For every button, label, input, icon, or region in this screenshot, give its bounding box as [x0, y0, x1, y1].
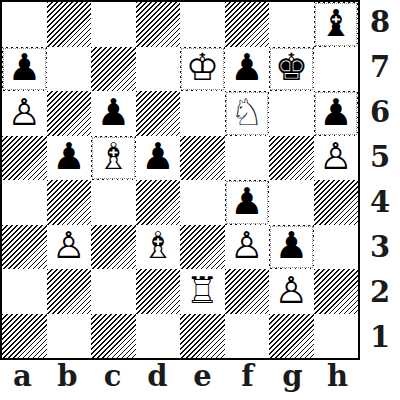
square-a6[interactable]: ♙ — [2, 91, 47, 136]
square-c1[interactable] — [91, 314, 136, 359]
piece-patch: ♘ — [226, 92, 269, 135]
square-h3[interactable] — [314, 225, 359, 270]
black-pawn-d5: ♟ — [141, 138, 174, 175]
square-b3[interactable]: ♙ — [47, 225, 92, 270]
white-bishop-d3: ♗ — [141, 227, 174, 264]
square-b5[interactable]: ♟ — [47, 136, 92, 181]
rank-label-7: 7 — [360, 45, 400, 90]
piece-patch: ♟ — [270, 226, 313, 269]
square-d6[interactable] — [136, 91, 181, 136]
square-g8[interactable] — [269, 2, 314, 47]
white-pawn-f3: ♙ — [230, 227, 263, 264]
rank-labels: 87654321 — [360, 0, 400, 360]
square-g2[interactable]: ♙ — [269, 269, 314, 314]
square-e1[interactable] — [180, 314, 225, 359]
square-b2[interactable] — [47, 269, 92, 314]
square-d3[interactable]: ♗ — [136, 225, 181, 270]
square-f5[interactable] — [225, 136, 270, 181]
chess-board: ♝♟♔♟♚♙♟♘♟♟♗♟♙♟♙♗♙♟♖♙ — [0, 0, 360, 360]
piece-patch: ♟ — [315, 92, 358, 135]
white-bishop-c5: ♗ — [97, 138, 130, 175]
file-label-d: d — [135, 360, 180, 400]
square-f7[interactable]: ♟ — [225, 47, 270, 92]
square-a7[interactable]: ♟ — [2, 47, 47, 92]
square-d8[interactable] — [136, 2, 181, 47]
square-b4[interactable] — [47, 180, 92, 225]
square-b8[interactable] — [47, 2, 92, 47]
square-g1[interactable] — [269, 314, 314, 359]
square-e2[interactable]: ♖ — [180, 269, 225, 314]
square-h5[interactable]: ♙ — [314, 136, 359, 181]
square-c4[interactable] — [91, 180, 136, 225]
chess-diagram: ♝♟♔♟♚♙♟♘♟♟♗♟♙♟♙♗♙♟♖♙ abcdefgh 87654321 — [0, 0, 400, 400]
white-pawn-a6: ♙ — [8, 94, 41, 131]
square-f6[interactable]: ♘ — [225, 91, 270, 136]
black-bishop-h8: ♝ — [319, 5, 352, 42]
square-e6[interactable] — [180, 91, 225, 136]
file-labels: abcdefgh — [0, 360, 360, 400]
rank-label-1: 1 — [360, 315, 400, 360]
file-label-h: h — [315, 360, 360, 400]
square-g4[interactable] — [269, 180, 314, 225]
square-e4[interactable] — [180, 180, 225, 225]
rank-label-3: 3 — [360, 225, 400, 270]
square-f1[interactable] — [225, 314, 270, 359]
square-e5[interactable] — [180, 136, 225, 181]
square-h2[interactable] — [314, 269, 359, 314]
black-pawn-b5: ♟ — [52, 138, 85, 175]
square-g6[interactable] — [269, 91, 314, 136]
square-e7[interactable]: ♔ — [180, 47, 225, 92]
square-b6[interactable] — [47, 91, 92, 136]
square-e3[interactable] — [180, 225, 225, 270]
square-f2[interactable] — [225, 269, 270, 314]
square-h6[interactable]: ♟ — [314, 91, 359, 136]
square-h7[interactable] — [314, 47, 359, 92]
square-e8[interactable] — [180, 2, 225, 47]
black-king-g7: ♚ — [275, 49, 308, 86]
file-label-a: a — [0, 360, 45, 400]
square-d4[interactable] — [136, 180, 181, 225]
square-c5[interactable]: ♗ — [91, 136, 136, 181]
white-king-e7: ♔ — [186, 49, 219, 86]
square-h8[interactable]: ♝ — [314, 2, 359, 47]
file-label-g: g — [270, 360, 315, 400]
file-label-e: e — [180, 360, 225, 400]
square-g5[interactable] — [269, 136, 314, 181]
piece-patch: ♗ — [92, 137, 135, 180]
square-f3[interactable]: ♙ — [225, 225, 270, 270]
square-f8[interactable] — [225, 2, 270, 47]
rank-label-2: 2 — [360, 270, 400, 315]
square-a5[interactable] — [2, 136, 47, 181]
square-a3[interactable] — [2, 225, 47, 270]
file-label-f: f — [225, 360, 270, 400]
black-pawn-h6: ♟ — [319, 94, 352, 131]
square-a2[interactable] — [2, 269, 47, 314]
square-c2[interactable] — [91, 269, 136, 314]
square-c8[interactable] — [91, 2, 136, 47]
square-h1[interactable] — [314, 314, 359, 359]
black-pawn-a7: ♟ — [8, 49, 41, 86]
square-c6[interactable]: ♟ — [91, 91, 136, 136]
square-d1[interactable] — [136, 314, 181, 359]
white-knight-f6: ♘ — [230, 94, 263, 131]
black-pawn-f7: ♟ — [230, 49, 263, 86]
white-pawn-h5: ♙ — [319, 138, 352, 175]
piece-patch: ♚ — [270, 48, 313, 91]
black-pawn-g3: ♟ — [275, 227, 308, 264]
black-pawn-f4: ♟ — [230, 183, 263, 220]
file-label-b: b — [45, 360, 90, 400]
square-b1[interactable] — [47, 314, 92, 359]
rank-label-4: 4 — [360, 180, 400, 225]
white-pawn-b3: ♙ — [52, 227, 85, 264]
rank-label-5: 5 — [360, 135, 400, 180]
square-a4[interactable] — [2, 180, 47, 225]
square-d2[interactable] — [136, 269, 181, 314]
piece-patch: ♝ — [315, 3, 358, 46]
square-a8[interactable] — [2, 2, 47, 47]
file-label-c: c — [90, 360, 135, 400]
square-c3[interactable] — [91, 225, 136, 270]
black-pawn-c6: ♟ — [97, 94, 130, 131]
square-b7[interactable] — [47, 47, 92, 92]
square-a1[interactable] — [2, 314, 47, 359]
piece-patch: ♟ — [3, 48, 46, 91]
piece-patch: ♟ — [226, 181, 269, 224]
square-d5[interactable]: ♟ — [136, 136, 181, 181]
square-c7[interactable] — [91, 47, 136, 92]
square-d7[interactable] — [136, 47, 181, 92]
piece-patch: ♔ — [181, 48, 224, 91]
square-h4[interactable] — [314, 180, 359, 225]
square-f4[interactable]: ♟ — [225, 180, 270, 225]
rank-label-6: 6 — [360, 90, 400, 135]
white-pawn-g2: ♙ — [275, 272, 308, 309]
white-rook-e2: ♖ — [186, 272, 219, 309]
rank-label-8: 8 — [360, 0, 400, 45]
square-g3[interactable]: ♟ — [269, 225, 314, 270]
square-g7[interactable]: ♚ — [269, 47, 314, 92]
